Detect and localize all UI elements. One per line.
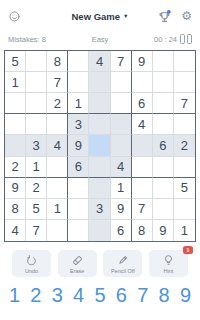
cell-r4c4[interactable]: 3 — [68, 114, 89, 135]
pencil-label: Pencil Off — [111, 268, 135, 274]
cell-r2c2[interactable] — [26, 72, 47, 93]
cell-r3c2[interactable] — [26, 93, 47, 114]
cell-r5c7[interactable] — [132, 135, 153, 156]
cell-r9c8[interactable]: 9 — [153, 220, 174, 241]
cell-r7c8[interactable] — [153, 178, 174, 199]
undo-button[interactable]: Undo — [12, 250, 51, 277]
cell-r7c4[interactable] — [68, 178, 89, 199]
toolbar: Undo Erase Pencil Off 1 Hint — [0, 250, 200, 277]
cell-r2c8[interactable] — [153, 72, 174, 93]
cell-r6c5[interactable] — [89, 157, 110, 178]
cell-r2c9[interactable] — [174, 72, 195, 93]
cell-r5c4[interactable]: 9 — [68, 135, 89, 156]
pencil-button[interactable]: Pencil Off — [103, 250, 142, 277]
settings-button[interactable]: ⚙ — [181, 10, 192, 22]
cell-r4c2[interactable] — [26, 114, 47, 135]
cell-r6c6[interactable]: 4 — [111, 157, 132, 178]
cell-r8c9[interactable] — [174, 199, 195, 220]
trophy-button[interactable] — [157, 9, 172, 24]
numpad-7[interactable]: 7 — [137, 284, 148, 306]
cell-r1c8[interactable] — [153, 51, 174, 72]
cell-r8c7[interactable]: 7 — [132, 199, 153, 220]
cell-r2c5[interactable] — [89, 72, 110, 93]
cell-r7c3[interactable] — [47, 178, 68, 199]
hint-button[interactable]: 1 Hint — [149, 250, 188, 277]
cell-r4c3[interactable] — [47, 114, 68, 135]
cell-r9c9[interactable]: 1 — [174, 220, 195, 241]
cell-r4c1[interactable] — [5, 114, 26, 135]
cell-r2c3[interactable]: 7 — [47, 72, 68, 93]
timer: 00 : 24 — [154, 35, 177, 44]
numpad-5[interactable]: 5 — [94, 284, 105, 306]
erase-button[interactable]: Erase — [58, 250, 97, 277]
header: New Game ▼ ⚙ — [0, 0, 200, 26]
numpad-9[interactable]: 9 — [180, 284, 191, 306]
cell-r4c6[interactable] — [111, 114, 132, 135]
numpad-4[interactable]: 4 — [73, 284, 84, 306]
smiley-button[interactable] — [8, 10, 21, 23]
cell-r8c2[interactable]: 5 — [26, 199, 47, 220]
cell-r8c6[interactable]: 9 — [111, 199, 132, 220]
cell-r9c1[interactable]: 4 — [5, 220, 26, 241]
cell-r6c8[interactable] — [153, 157, 174, 178]
cell-r3c1[interactable] — [5, 93, 26, 114]
cell-r3c9[interactable]: 7 — [174, 93, 195, 114]
cell-r5c5[interactable] — [89, 135, 110, 156]
cell-r8c5[interactable]: 3 — [89, 199, 110, 220]
pause-icon — [180, 34, 185, 44]
cell-r6c1[interactable]: 2 — [5, 157, 26, 178]
cell-r5c1[interactable] — [5, 135, 26, 156]
cell-r2c1[interactable]: 1 — [5, 72, 26, 93]
smiley-icon — [8, 10, 21, 23]
cell-r3c7[interactable]: 6 — [132, 93, 153, 114]
numpad-3[interactable]: 3 — [52, 284, 63, 306]
cell-r6c9[interactable] — [174, 157, 195, 178]
cell-r7c2[interactable]: 2 — [26, 178, 47, 199]
cell-r6c2[interactable]: 1 — [26, 157, 47, 178]
cell-r9c6[interactable]: 6 — [111, 220, 132, 241]
pause-button[interactable] — [180, 34, 192, 44]
number-pad: 123456789 — [0, 284, 200, 306]
cell-r3c5[interactable] — [89, 93, 110, 114]
numpad-1[interactable]: 1 — [9, 284, 20, 306]
cell-r1c1[interactable]: 5 — [5, 51, 26, 72]
cell-r7c6[interactable]: 1 — [111, 178, 132, 199]
cell-r6c3[interactable] — [47, 157, 68, 178]
status-bar: Mistakes: 8 Easy 00 : 24 — [0, 33, 200, 45]
cell-r7c5[interactable] — [89, 178, 110, 199]
cell-r1c7[interactable]: 9 — [132, 51, 153, 72]
cell-r1c4[interactable] — [68, 51, 89, 72]
cell-r1c6[interactable]: 7 — [111, 51, 132, 72]
cell-r1c9[interactable] — [174, 51, 195, 72]
pencil-icon — [116, 254, 129, 267]
hint-label: Hint — [164, 268, 174, 274]
cell-r5c8[interactable]: 6 — [153, 135, 174, 156]
cell-r3c3[interactable]: 2 — [47, 93, 68, 114]
cell-r7c7[interactable] — [132, 178, 153, 199]
numpad-8[interactable]: 8 — [159, 284, 170, 306]
difficulty-label: Easy — [69, 35, 130, 44]
gear-icon: ⚙ — [181, 10, 192, 22]
cell-r9c3[interactable] — [47, 220, 68, 241]
undo-label: Undo — [25, 268, 38, 274]
cell-r9c5[interactable] — [89, 220, 110, 241]
cell-r8c3[interactable]: 1 — [47, 199, 68, 220]
cell-r2c6[interactable] — [111, 72, 132, 93]
mistakes-counter: Mistakes: 8 — [8, 35, 69, 44]
cell-r3c6[interactable] — [111, 93, 132, 114]
cell-r7c9[interactable]: 5 — [174, 178, 195, 199]
eraser-icon — [71, 254, 84, 267]
cell-r3c8[interactable] — [153, 93, 174, 114]
cell-r6c7[interactable] — [132, 157, 153, 178]
new-game-dropdown[interactable]: New Game ▼ — [54, 11, 146, 22]
new-game-label: New Game — [71, 11, 120, 22]
cell-r4c9[interactable] — [174, 114, 195, 135]
cell-r4c7[interactable]: 4 — [132, 114, 153, 135]
hint-badge: 1 — [183, 246, 193, 254]
cell-r2c4[interactable] — [68, 72, 89, 93]
cell-r5c9[interactable]: 2 — [174, 135, 195, 156]
erase-label: Erase — [70, 268, 84, 274]
cell-r9c7[interactable]: 8 — [132, 220, 153, 241]
cell-r1c2[interactable] — [26, 51, 47, 72]
numpad-2[interactable]: 2 — [30, 284, 41, 306]
cell-r9c2[interactable]: 7 — [26, 220, 47, 241]
lightbulb-icon — [162, 254, 175, 267]
cell-r1c5[interactable]: 4 — [89, 51, 110, 72]
cell-r5c3[interactable]: 4 — [47, 135, 68, 156]
cell-r1c3[interactable]: 8 — [47, 51, 68, 72]
numpad-6[interactable]: 6 — [116, 284, 127, 306]
cell-r8c1[interactable]: 8 — [5, 199, 26, 220]
cell-r8c8[interactable] — [153, 199, 174, 220]
cell-r9c4[interactable] — [68, 220, 89, 241]
cell-r4c5[interactable] — [89, 114, 110, 135]
trophy-icon — [157, 9, 172, 24]
sudoku-board: 58479172167343496221649215851397476891 — [4, 50, 196, 242]
cell-r5c2[interactable]: 3 — [26, 135, 47, 156]
cell-r7c1[interactable]: 9 — [5, 178, 26, 199]
cell-r4c8[interactable] — [153, 114, 174, 135]
cell-r3c4[interactable]: 1 — [68, 93, 89, 114]
undo-icon — [25, 254, 38, 267]
cell-r8c4[interactable] — [68, 199, 89, 220]
cell-r6c4[interactable]: 6 — [68, 157, 89, 178]
chevron-down-icon: ▼ — [123, 13, 128, 19]
cell-r5c6[interactable] — [111, 135, 132, 156]
cell-r2c7[interactable] — [132, 72, 153, 93]
